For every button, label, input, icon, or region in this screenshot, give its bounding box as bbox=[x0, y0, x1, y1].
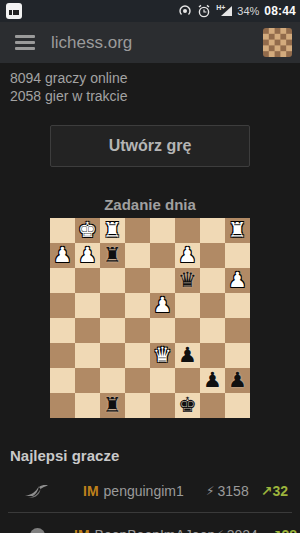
square-a5[interactable] bbox=[50, 293, 75, 318]
square-a8[interactable] bbox=[50, 218, 75, 243]
square-c5[interactable] bbox=[100, 293, 125, 318]
square-g4[interactable] bbox=[200, 318, 225, 343]
square-b7[interactable]: ♟ bbox=[75, 243, 100, 268]
square-a1[interactable] bbox=[50, 393, 75, 418]
players-online: 8094 graczy online bbox=[10, 69, 128, 87]
screenshot-icon bbox=[6, 3, 22, 19]
square-h7[interactable] bbox=[225, 243, 250, 268]
square-f4[interactable] bbox=[175, 318, 200, 343]
square-e2[interactable] bbox=[150, 368, 175, 393]
list-divider bbox=[8, 512, 292, 513]
up-arrow-icon: ↗ bbox=[270, 527, 282, 533]
square-h3[interactable] bbox=[225, 343, 250, 368]
square-g2[interactable]: ♟ bbox=[200, 368, 225, 393]
square-d2[interactable] bbox=[125, 368, 150, 393]
create-game-button[interactable]: Utwórz grę bbox=[50, 125, 250, 167]
alarm-icon bbox=[197, 4, 211, 18]
square-b5[interactable] bbox=[75, 293, 100, 318]
user-circle-icon bbox=[24, 528, 45, 533]
square-f5[interactable] bbox=[175, 293, 200, 318]
chess-board[interactable]: ♚♜♜♟♟♜♟♛♟♟♛♟♟♟♜♚ bbox=[50, 218, 250, 418]
square-a6[interactable] bbox=[50, 268, 75, 293]
square-e5[interactable]: ♟ bbox=[150, 293, 175, 318]
board-theme-icon[interactable] bbox=[263, 28, 292, 57]
square-b2[interactable] bbox=[75, 368, 100, 393]
puzzle-title: Zadanie dnia bbox=[0, 196, 300, 213]
app-header: lichess.org bbox=[0, 22, 300, 63]
rating-diff: ↗28 bbox=[270, 527, 297, 533]
square-b6[interactable] bbox=[75, 268, 100, 293]
square-g6[interactable] bbox=[200, 268, 225, 293]
piece-white-rook: ♜ bbox=[225, 218, 250, 243]
up-arrow-icon: ↗ bbox=[261, 483, 273, 499]
piece-black-rook: ♜ bbox=[100, 243, 125, 268]
leaderboard-row-beepbeepimajeep[interactable]: IM BeepBeepImAJeep ⚡ 3024 ↗28 bbox=[0, 520, 300, 533]
leaderboard-title: Najlepsi gracze bbox=[10, 447, 119, 464]
rating-diff: ↗32 bbox=[261, 483, 288, 499]
square-h2[interactable]: ♟ bbox=[225, 368, 250, 393]
square-h5[interactable] bbox=[225, 293, 250, 318]
square-a7[interactable]: ♟ bbox=[50, 243, 75, 268]
clock-time: 08:44 bbox=[264, 4, 296, 18]
player-title: IM bbox=[83, 483, 99, 499]
square-b4[interactable] bbox=[75, 318, 100, 343]
square-h8[interactable]: ♜ bbox=[225, 218, 250, 243]
square-b8[interactable]: ♚ bbox=[75, 218, 100, 243]
player-rating: 3158 bbox=[218, 483, 249, 499]
piece-white-pawn: ♟ bbox=[150, 293, 175, 318]
square-f2[interactable] bbox=[175, 368, 200, 393]
square-d6[interactable] bbox=[125, 268, 150, 293]
menu-icon[interactable] bbox=[15, 32, 35, 53]
square-c1[interactable]: ♜ bbox=[100, 393, 125, 418]
square-b1[interactable] bbox=[75, 393, 100, 418]
patron-wings-icon bbox=[24, 483, 54, 499]
square-c6[interactable] bbox=[100, 268, 125, 293]
piece-white-pawn: ♟ bbox=[50, 243, 75, 268]
signal-icon: H+ bbox=[216, 4, 232, 18]
server-stats: 8094 graczy online 2058 gier w trakcie bbox=[10, 69, 128, 105]
piece-black-pawn: ♟ bbox=[225, 368, 250, 393]
square-a4[interactable] bbox=[50, 318, 75, 343]
piece-white-rook: ♜ bbox=[100, 218, 125, 243]
square-h4[interactable] bbox=[225, 318, 250, 343]
piece-black-pawn: ♟ bbox=[175, 343, 200, 368]
lichess-app-screen: H+ 34% 08:44 lichess.org 8094 graczy onl… bbox=[0, 0, 300, 533]
player-name: penguingim1 bbox=[104, 483, 184, 499]
square-h1[interactable] bbox=[225, 393, 250, 418]
square-a2[interactable] bbox=[50, 368, 75, 393]
blitz-icon: ⚡ bbox=[215, 528, 223, 533]
square-b3[interactable] bbox=[75, 343, 100, 368]
square-g5[interactable] bbox=[200, 293, 225, 318]
square-e7[interactable] bbox=[150, 243, 175, 268]
piece-black-rook: ♜ bbox=[100, 393, 125, 418]
square-h6[interactable]: ♟ bbox=[225, 268, 250, 293]
square-f8[interactable] bbox=[175, 218, 200, 243]
square-d7[interactable] bbox=[125, 243, 150, 268]
square-f3[interactable]: ♟ bbox=[175, 343, 200, 368]
square-f1[interactable]: ♚ bbox=[175, 393, 200, 418]
piece-white-king: ♚ bbox=[75, 218, 100, 243]
square-g3[interactable] bbox=[200, 343, 225, 368]
piece-white-pawn: ♟ bbox=[225, 268, 250, 293]
square-e4[interactable] bbox=[150, 318, 175, 343]
square-c2[interactable] bbox=[100, 368, 125, 393]
blitz-icon: ⚡ bbox=[206, 484, 214, 498]
square-g8[interactable] bbox=[200, 218, 225, 243]
piece-white-queen: ♛ bbox=[150, 343, 175, 368]
square-d4[interactable] bbox=[125, 318, 150, 343]
piece-white-pawn: ♟ bbox=[175, 243, 200, 268]
square-a3[interactable] bbox=[50, 343, 75, 368]
square-f6[interactable]: ♛ bbox=[175, 268, 200, 293]
android-status-bar: H+ 34% 08:44 bbox=[0, 0, 300, 22]
leaderboard-row-penguingim1[interactable]: IM penguingim1 ⚡ 3158 ↗32 bbox=[0, 476, 300, 506]
piece-black-queen: ♛ bbox=[175, 268, 200, 293]
square-c8[interactable]: ♜ bbox=[100, 218, 125, 243]
square-e6[interactable] bbox=[150, 268, 175, 293]
square-e1[interactable] bbox=[150, 393, 175, 418]
square-d8[interactable] bbox=[125, 218, 150, 243]
square-c3[interactable] bbox=[100, 343, 125, 368]
square-f7[interactable]: ♟ bbox=[175, 243, 200, 268]
square-g7[interactable] bbox=[200, 243, 225, 268]
square-d5[interactable] bbox=[125, 293, 150, 318]
piece-white-pawn: ♟ bbox=[75, 243, 100, 268]
player-rating: 3024 bbox=[227, 527, 258, 533]
app-title: lichess.org bbox=[51, 33, 132, 53]
square-e3[interactable]: ♛ bbox=[150, 343, 175, 368]
record-icon bbox=[178, 4, 192, 18]
piece-black-king: ♚ bbox=[175, 393, 200, 418]
square-g1[interactable] bbox=[200, 393, 225, 418]
square-d3[interactable] bbox=[125, 343, 150, 368]
square-e8[interactable] bbox=[150, 218, 175, 243]
games-in-progress: 2058 gier w trakcie bbox=[10, 87, 128, 105]
battery-percent: 34% bbox=[237, 5, 259, 17]
player-title: IM bbox=[74, 527, 90, 533]
square-c7[interactable]: ♜ bbox=[100, 243, 125, 268]
square-c4[interactable] bbox=[100, 318, 125, 343]
piece-black-pawn: ♟ bbox=[200, 368, 225, 393]
player-name: BeepBeepImAJeep bbox=[95, 527, 216, 533]
square-d1[interactable] bbox=[125, 393, 150, 418]
